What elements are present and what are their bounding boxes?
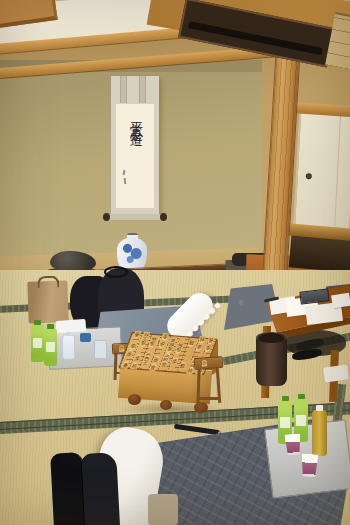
calligraphy-text: 平常心是道 xyxy=(128,111,144,205)
shogi-piece: 歩 xyxy=(151,355,161,363)
shogi-piece: 歩 xyxy=(165,345,175,353)
shogi-piece: 銀 xyxy=(178,361,188,369)
black-case xyxy=(42,450,124,525)
black-bag-strap xyxy=(104,266,128,278)
shogi-piece: 香 xyxy=(132,330,142,338)
amber-tea-bottle xyxy=(312,410,327,456)
artist-signature-mark xyxy=(123,170,126,175)
shogi-piece: 歩 xyxy=(194,343,204,351)
hanging-scroll: 平常心是道 xyxy=(111,76,159,216)
shogi-piece: 歩 xyxy=(148,340,158,348)
fusuma-handle xyxy=(306,173,312,179)
komadai-leg xyxy=(114,353,117,380)
shogi-piece: 飛 xyxy=(186,339,196,347)
room-photo: 平常心是道 xyxy=(0,0,350,525)
artist-signature-mark xyxy=(124,178,127,184)
shogi-piece: 金 xyxy=(160,333,170,341)
black-case-body xyxy=(80,452,120,525)
fusuma-sliding-door xyxy=(293,111,350,236)
komadai-right: 歩 xyxy=(193,355,225,409)
shogi-piece: 桂 xyxy=(130,362,140,370)
beige-bag-part xyxy=(148,494,178,525)
komadai-right-top: 歩 xyxy=(194,356,224,370)
drinking-glass xyxy=(94,340,107,359)
shogi-piece: 香 xyxy=(206,336,216,344)
green-tea-bottle xyxy=(44,328,57,366)
shogi-board-foot xyxy=(128,394,141,405)
komadai-stretcher xyxy=(199,397,219,400)
shogi-piece: 香 xyxy=(120,361,130,369)
shogi-piece: 歩 xyxy=(203,344,213,352)
shogi-piece: 歩 xyxy=(174,345,184,353)
scroll-paper: 平常心是道 xyxy=(116,104,154,208)
shogi-piece: 歩 xyxy=(128,342,138,350)
paper-sheet xyxy=(331,293,350,309)
shogi-board-foot xyxy=(160,400,172,410)
shogi-piece: 歩 xyxy=(125,349,135,357)
wastebasket xyxy=(256,336,287,386)
shogi-piece: 桂 xyxy=(197,336,207,344)
clear-bottle xyxy=(62,334,75,360)
captured-piece: 歩 xyxy=(201,359,207,366)
shogi-piece: 金 xyxy=(148,363,158,371)
small-blue-item xyxy=(80,333,91,342)
komadai-leg xyxy=(196,369,200,406)
shogi-piece: 歩 xyxy=(157,340,167,348)
shogi-piece: 歩 xyxy=(133,354,143,362)
paper-bag xyxy=(27,280,68,323)
scroll-futai-ribbon xyxy=(120,76,127,103)
scroll-futai-ribbon xyxy=(139,76,146,103)
green-tea-bottle xyxy=(31,324,44,362)
shogi-piece: 歩 xyxy=(170,357,180,365)
scroll-roller-rod xyxy=(107,214,163,220)
shogi-piece: 歩 xyxy=(138,339,148,347)
